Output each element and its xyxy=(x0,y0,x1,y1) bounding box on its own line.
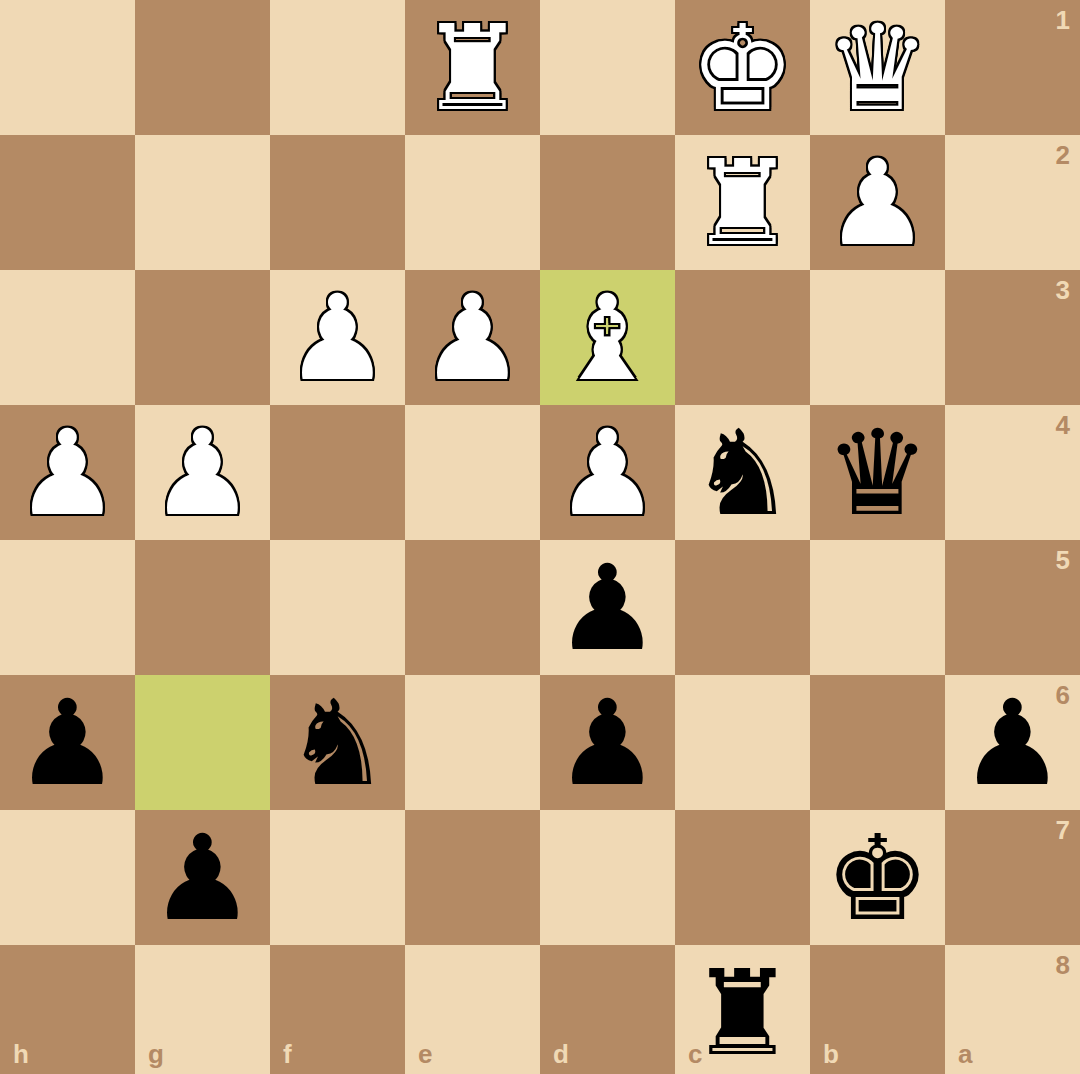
black-pawn-piece[interactable]: ♟ xyxy=(540,540,675,675)
square-h7[interactable] xyxy=(0,810,135,945)
rank-label-3: 3 xyxy=(1056,275,1070,306)
rank-label-1: 1 xyxy=(1056,5,1070,36)
square-f1[interactable] xyxy=(270,0,405,135)
square-b6[interactable] xyxy=(810,675,945,810)
square-e2[interactable] xyxy=(405,135,540,270)
square-a4[interactable]: 4 xyxy=(945,405,1080,540)
square-d4[interactable]: ♟ xyxy=(540,405,675,540)
square-e5[interactable] xyxy=(405,540,540,675)
square-c8[interactable]: c♜ xyxy=(675,945,810,1074)
square-d8[interactable]: d xyxy=(540,945,675,1074)
square-c4[interactable]: ♞ xyxy=(675,405,810,540)
square-f6[interactable]: ♞ xyxy=(270,675,405,810)
square-a5[interactable]: 5 xyxy=(945,540,1080,675)
square-e6[interactable] xyxy=(405,675,540,810)
black-knight-piece[interactable]: ♞ xyxy=(675,405,810,540)
square-e1[interactable]: ♜ xyxy=(405,0,540,135)
square-h2[interactable] xyxy=(0,135,135,270)
square-g1[interactable] xyxy=(135,0,270,135)
square-f4[interactable] xyxy=(270,405,405,540)
square-c3[interactable] xyxy=(675,270,810,405)
square-h1[interactable] xyxy=(0,0,135,135)
square-f5[interactable] xyxy=(270,540,405,675)
square-g8[interactable]: g xyxy=(135,945,270,1074)
file-label-d: d xyxy=(553,1039,569,1070)
square-c6[interactable] xyxy=(675,675,810,810)
file-label-g: g xyxy=(148,1039,164,1070)
rank-label-2: 2 xyxy=(1056,140,1070,171)
square-e4[interactable] xyxy=(405,405,540,540)
square-b7[interactable]: ♚ xyxy=(810,810,945,945)
square-g5[interactable] xyxy=(135,540,270,675)
black-pawn-piece[interactable]: ♟ xyxy=(0,675,135,810)
square-f8[interactable]: f xyxy=(270,945,405,1074)
white-king-piece[interactable]: ♚ xyxy=(675,0,810,135)
square-c1[interactable]: ♚ xyxy=(675,0,810,135)
square-c5[interactable] xyxy=(675,540,810,675)
square-d1[interactable] xyxy=(540,0,675,135)
square-h3[interactable] xyxy=(0,270,135,405)
square-a8[interactable]: a8 xyxy=(945,945,1080,1074)
rank-label-4: 4 xyxy=(1056,410,1070,441)
black-knight-piece[interactable]: ♞ xyxy=(270,675,405,810)
square-d3[interactable]: ♝ xyxy=(540,270,675,405)
white-rook-piece[interactable]: ♜ xyxy=(675,135,810,270)
black-pawn-piece[interactable]: ♟ xyxy=(135,810,270,945)
square-d5[interactable]: ♟ xyxy=(540,540,675,675)
square-a6[interactable]: 6♟ xyxy=(945,675,1080,810)
white-pawn-piece[interactable]: ♟ xyxy=(270,270,405,405)
rank-label-5: 5 xyxy=(1056,545,1070,576)
white-pawn-piece[interactable]: ♟ xyxy=(540,405,675,540)
square-f7[interactable] xyxy=(270,810,405,945)
file-label-f: f xyxy=(283,1039,292,1070)
square-h5[interactable] xyxy=(0,540,135,675)
square-g4[interactable]: ♟ xyxy=(135,405,270,540)
black-pawn-piece[interactable]: ♟ xyxy=(540,675,675,810)
square-b3[interactable] xyxy=(810,270,945,405)
square-e7[interactable] xyxy=(405,810,540,945)
square-e8[interactable]: e xyxy=(405,945,540,1074)
square-g3[interactable] xyxy=(135,270,270,405)
square-g2[interactable] xyxy=(135,135,270,270)
square-b2[interactable]: ♟ xyxy=(810,135,945,270)
square-f3[interactable]: ♟ xyxy=(270,270,405,405)
file-label-b: b xyxy=(823,1039,839,1070)
square-h6[interactable]: ♟ xyxy=(0,675,135,810)
square-g6[interactable] xyxy=(135,675,270,810)
square-h4[interactable]: ♟ xyxy=(0,405,135,540)
square-h8[interactable]: h xyxy=(0,945,135,1074)
file-label-h: h xyxy=(13,1039,29,1070)
square-d7[interactable] xyxy=(540,810,675,945)
square-c7[interactable] xyxy=(675,810,810,945)
square-b4[interactable]: ♛ xyxy=(810,405,945,540)
black-rook-piece[interactable]: ♜ xyxy=(675,945,810,1074)
square-a1[interactable]: 1 xyxy=(945,0,1080,135)
square-d6[interactable]: ♟ xyxy=(540,675,675,810)
square-c2[interactable]: ♜ xyxy=(675,135,810,270)
black-pawn-piece[interactable]: ♟ xyxy=(945,675,1080,810)
white-pawn-piece[interactable]: ♟ xyxy=(135,405,270,540)
chess-board: ♜♚♛1♜♟2♟♟♝3♟♟♟♞♛4♟5♟♞♟6♟♟♚7hgfedc♜ba8 xyxy=(0,0,1080,1074)
square-b8[interactable]: b xyxy=(810,945,945,1074)
white-pawn-piece[interactable]: ♟ xyxy=(810,135,945,270)
file-label-e: e xyxy=(418,1039,432,1070)
square-b1[interactable]: ♛ xyxy=(810,0,945,135)
white-pawn-piece[interactable]: ♟ xyxy=(405,270,540,405)
black-queen-piece[interactable]: ♛ xyxy=(810,405,945,540)
square-g7[interactable]: ♟ xyxy=(135,810,270,945)
black-king-piece[interactable]: ♚ xyxy=(810,810,945,945)
square-e3[interactable]: ♟ xyxy=(405,270,540,405)
square-b5[interactable] xyxy=(810,540,945,675)
white-pawn-piece[interactable]: ♟ xyxy=(0,405,135,540)
white-rook-piece[interactable]: ♜ xyxy=(405,0,540,135)
white-queen-piece[interactable]: ♛ xyxy=(810,0,945,135)
rank-label-7: 7 xyxy=(1056,815,1070,846)
square-a3[interactable]: 3 xyxy=(945,270,1080,405)
file-label-a: a xyxy=(958,1039,972,1070)
square-a2[interactable]: 2 xyxy=(945,135,1080,270)
white-bishop-piece[interactable]: ♝ xyxy=(540,270,675,405)
square-d2[interactable] xyxy=(540,135,675,270)
square-a7[interactable]: 7 xyxy=(945,810,1080,945)
rank-label-8: 8 xyxy=(1056,950,1070,981)
square-f2[interactable] xyxy=(270,135,405,270)
